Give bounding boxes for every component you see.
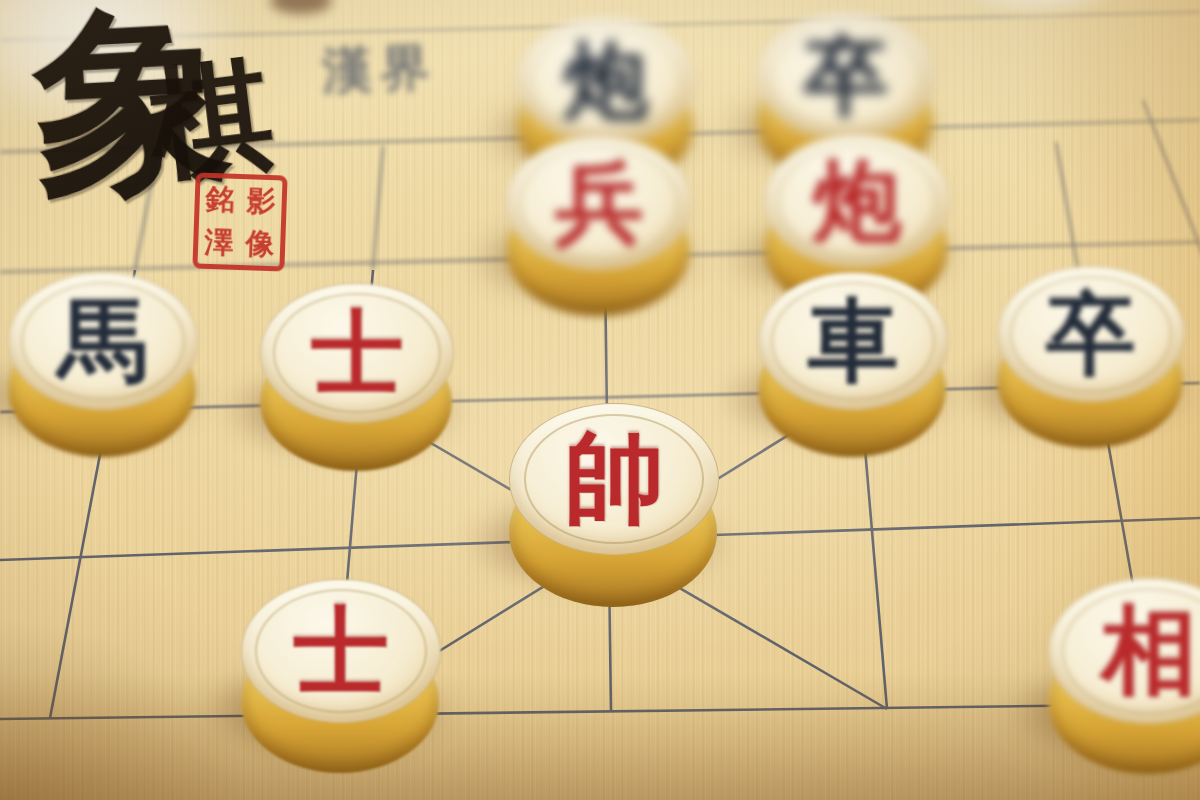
photographer-seal: 銘 影 澤 像	[192, 172, 287, 271]
piece-black-chariot: 車	[758, 272, 946, 456]
seal-char: 影	[246, 181, 276, 222]
seal-char: 澤	[204, 222, 234, 263]
piece-red-general: 帥	[509, 403, 717, 607]
xiangqi-photo-scene: 漢界 帥士士相兵炮馬車卒炮卒 象 棋 銘 影 澤 像	[0, 0, 1200, 800]
piece-character: 兵	[507, 137, 691, 269]
piece-face: 士	[241, 579, 441, 724]
piece-character: 卒	[758, 14, 934, 141]
piece-character: 帥	[510, 404, 718, 554]
piece-character: 卒	[998, 267, 1184, 401]
piece-character: 士	[242, 580, 440, 723]
piece-red-advisor: 士	[260, 283, 452, 471]
piece-face: 馬	[8, 272, 198, 409]
piece-face: 士	[260, 283, 454, 423]
piece-character: 車	[759, 273, 947, 408]
seal-char: 像	[245, 224, 275, 265]
piece-black-horse: 馬	[8, 272, 196, 456]
piece-character: 炮	[518, 18, 694, 145]
piece-face: 炮	[517, 17, 695, 146]
seal-char: 銘	[205, 179, 235, 220]
piece-red-soldier: 兵	[506, 136, 690, 316]
piece-red-elephant: 相	[1048, 578, 1200, 774]
piece-character: 士	[261, 284, 453, 422]
piece-face: 車	[758, 272, 948, 409]
piece-red-advisor: 士	[241, 579, 439, 773]
piece-face: 帥	[509, 403, 719, 555]
piece-side	[948, 0, 1126, 78]
river-inscription: 漢界	[321, 34, 439, 105]
piece-face: 炮	[764, 134, 950, 268]
piece-face: 卒	[997, 266, 1185, 402]
piece-character: 炮	[765, 135, 949, 267]
piece-face: 卒	[757, 13, 935, 142]
out-of-focus-highlight	[0, 0, 240, 130]
piece-face: 相	[1048, 578, 1200, 724]
piece-character: 相	[1049, 579, 1200, 723]
piece-black-soldier: 卒	[997, 266, 1183, 448]
piece-character: 馬	[9, 273, 197, 408]
background-piece-partial	[948, 0, 1126, 83]
piece-face: 兵	[506, 136, 692, 270]
